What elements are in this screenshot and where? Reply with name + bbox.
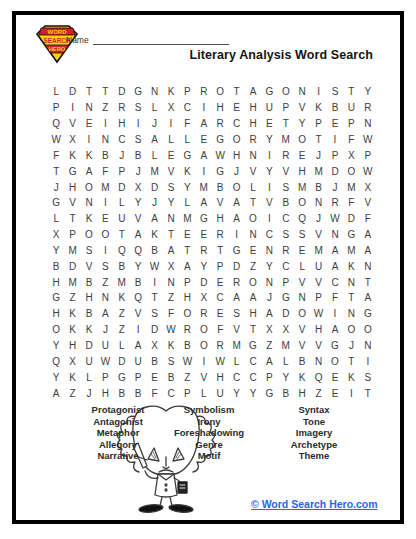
grid-cell-r19c7: E [146,369,162,385]
grid-cell-r4c12: O [228,132,244,148]
grid-cell-r19c13: C [245,369,261,385]
grid-cell-r9c15: C [278,211,294,227]
grid-cell-r18c20: I [360,353,376,369]
grid-cell-r1c17: I [310,84,326,100]
grid-cell-r1c14: G [261,84,277,100]
grid-cell-r2c1: P [48,100,64,116]
grid-cell-r17c8: K [163,338,179,354]
grid-cell-r3c7: J [146,116,162,132]
grid-cell-r3c2: V [64,116,80,132]
grid-cell-r7c19: M [343,179,359,195]
grid-cell-r19c3: L [81,369,97,385]
grid-cell-r20c18: E [327,385,343,401]
grid-cell-r13c10: D [196,274,212,290]
grid-cell-r9c10: G [196,211,212,227]
grid-cell-r20c6: B [130,385,146,401]
grid-cell-r4c15: M [278,132,294,148]
grid-cell-r7c9: Y [179,179,195,195]
grid-cell-r13c2: M [64,274,80,290]
grid-cell-r4c1: W [48,132,64,148]
grid-cell-r8c7: J [146,195,162,211]
grid-cell-r5c16: E [294,147,310,163]
grid-cell-r10c14: C [261,227,277,243]
grid-cell-r19c5: G [114,369,130,385]
grid-cell-r16c14: X [261,322,277,338]
grid-cell-r2c9: C [179,100,195,116]
book [178,482,187,493]
grid-cell-r15c3: B [81,306,97,322]
grid-cell-r19c18: E [327,369,343,385]
grid-cell-r7c18: J [327,179,343,195]
grid-cell-r4c5: C [114,132,130,148]
grid-cell-r5c3: K [81,147,97,163]
grid-cell-r10c5: T [114,227,130,243]
grid-cell-r1c4: T [97,84,113,100]
grid-cell-r4c4: N [97,132,113,148]
logo-word-text: WORD [48,29,68,35]
grid-cell-r20c1: A [48,385,64,401]
grid-cell-r15c7: S [146,306,162,322]
grid-cell-r9c3: K [81,211,97,227]
grid-cell-r10c2: P [64,227,80,243]
grid-cell-r19c20: S [360,369,376,385]
right-leg [170,497,172,506]
grid-cell-r9c7: A [146,211,162,227]
grid-cell-r9c9: M [179,211,195,227]
grid-cell-r17c19: J [343,338,359,354]
grid-cell-r14c15: G [278,290,294,306]
grid-cell-r18c18: O [327,353,343,369]
grid-cell-r9c11: H [212,211,228,227]
grid-cell-r8c10: A [196,195,212,211]
grid-cell-r16c5: Z [114,322,130,338]
grid-cell-r6c1: T [48,163,64,179]
grid-cell-r13c15: P [278,274,294,290]
grid-cell-r3c12: C [228,116,244,132]
grid-cell-r12c18: A [327,258,343,274]
grid-cell-r18c17: N [310,353,326,369]
grid-cell-r20c19: I [343,385,359,401]
grid-cell-r4c6: S [130,132,146,148]
grid-cell-r10c3: O [81,227,97,243]
grid-cell-r6c19: O [343,163,359,179]
grid-cell-r4c9: L [179,132,195,148]
grid-cell-r10c1: X [48,227,64,243]
grid-cell-r13c19: N [343,274,359,290]
word-list-item: Imagery [256,427,372,439]
grid-cell-r20c17: Z [310,385,326,401]
grid-cell-r20c9: P [179,385,195,401]
grid-cell-r16c15: X [278,322,294,338]
grid-cell-r15c11: E [212,306,228,322]
grid-cell-r6c20: W [360,163,376,179]
grid-cell-r16c1: O [48,322,64,338]
grid-cell-r10c9: E [179,227,195,243]
grid-cell-r7c11: B [212,179,228,195]
grid-cell-r9c18: W [327,211,343,227]
grid-cell-r1c9: P [179,84,195,100]
grid-cell-r7c13: L [245,179,261,195]
grid-cell-r15c20: G [360,306,376,322]
grid-cell-r2c16: V [294,100,310,116]
grid-cell-r7c12: O [228,179,244,195]
grid-cell-r6c15: V [278,163,294,179]
grid-cell-r3c11: R [212,116,228,132]
grid-cell-r16c2: K [64,322,80,338]
grid-cell-r17c15: M [278,338,294,354]
grid-cell-r4c13: R [245,132,261,148]
grid-cell-r13c4: Z [97,274,113,290]
grid-cell-r20c2: Z [64,385,80,401]
grid-cell-r6c16: H [294,163,310,179]
grid-cell-r8c6: Y [130,195,146,211]
grid-cell-r3c9: F [179,116,195,132]
grid-cell-r5c11: W [212,147,228,163]
grid-cell-r17c4: U [97,338,113,354]
grid-cell-r4c8: L [163,132,179,148]
word-list-item: Genre [151,439,267,451]
grid-cell-r18c2: X [64,353,80,369]
grid-cell-r16c11: F [212,322,228,338]
grid-cell-r7c5: D [114,179,130,195]
grid-cell-r16c12: V [228,322,244,338]
grid-cell-r2c12: E [228,100,244,116]
grid-cell-r8c9: L [179,195,195,211]
grid-cell-r2c5: R [114,100,130,116]
name-field-row: Name [66,33,229,45]
grid-cell-r14c10: X [196,290,212,306]
grid-cell-r7c2: H [64,179,80,195]
grid-cell-r5c19: X [343,147,359,163]
grid-cell-r13c8: N [163,274,179,290]
grid-cell-r17c13: G [245,338,261,354]
grid-cell-r12c4: S [97,258,113,274]
grid-cell-r17c1: Y [48,338,64,354]
grid-cell-r2c14: U [261,100,277,116]
word-list-column-2: SymbolismIronyForeshadowingGenreMotif [151,404,267,462]
grid-cell-r12c9: A [179,258,195,274]
grid-cell-r12c7: W [146,258,162,274]
grid-cell-r2c13: H [245,100,261,116]
grid-cell-r13c9: P [179,274,195,290]
grid-cell-r19c10: V [196,369,212,385]
word-list-item: Tone [256,416,372,428]
grid-cell-r8c20: V [360,195,376,211]
grid-cell-r17c10: O [196,338,212,354]
grid-cell-r2c15: P [278,100,294,116]
grid-cell-r10c19: G [343,227,359,243]
right-shoe [169,504,194,514]
grid-cell-r11c12: G [228,243,244,259]
grid-cell-r16c9: R [179,322,195,338]
grid-cell-r19c11: H [212,369,228,385]
grid-cell-r10c10: E [196,227,212,243]
grid-cell-r1c12: T [228,84,244,100]
grid-cell-r11c19: M [343,243,359,259]
grid-cell-r11c2: M [64,243,80,259]
grid-cell-r14c3: H [81,290,97,306]
grid-cell-r15c17: W [310,306,326,322]
grid-cell-r1c15: O [278,84,294,100]
grid-cell-r3c14: E [261,116,277,132]
grid-cell-r5c9: G [179,147,195,163]
grid-cell-r18c6: U [130,353,146,369]
grid-cell-r8c18: R [327,195,343,211]
grid-cell-r17c7: X [146,338,162,354]
grid-cell-r3c5: H [114,116,130,132]
grid-cell-r10c8: T [163,227,179,243]
grid-cell-r1c2: D [64,84,80,100]
grid-cell-r12c14: Y [261,258,277,274]
grid-cell-r18c5: D [114,353,130,369]
grid-cell-r18c11: W [212,353,228,369]
grid-cell-r12c15: C [278,258,294,274]
grid-cell-r6c14: Y [261,163,277,179]
grid-cell-r15c18: I [327,306,343,322]
grid-cell-r15c16: O [294,306,310,322]
grid-cell-r2c10: I [196,100,212,116]
grid-cell-r13c14: N [261,274,277,290]
grid-cell-r11c7: B [146,243,162,259]
grid-cell-r3c3: E [81,116,97,132]
grid-cell-r12c6: Y [130,258,146,274]
grid-cell-r20c10: L [196,385,212,401]
grid-cell-r8c13: T [245,195,261,211]
grid-cell-r5c14: I [261,147,277,163]
grid-cell-r11c4: I [97,243,113,259]
grid-cell-r19c16: K [294,369,310,385]
grid-cell-r15c14: A [261,306,277,322]
grid-cell-r9c12: A [228,211,244,227]
grid-cell-r18c13: C [245,353,261,369]
grid-cell-r2c20: R [360,100,376,116]
grid-cell-r6c5: P [114,163,130,179]
grid-cell-r19c12: C [228,369,244,385]
grid-cell-r6c13: V [245,163,261,179]
grid-cell-r5c17: J [310,147,326,163]
grid-cell-r16c20: O [360,322,376,338]
grid-cell-r1c10: R [196,84,212,100]
grid-cell-r16c6: I [130,322,146,338]
grid-cell-r19c9: Z [179,369,195,385]
grid-cell-r20c12: Y [228,385,244,401]
grid-cell-r13c20: T [360,274,376,290]
grid-cell-r1c7: N [146,84,162,100]
grid-cell-r8c12: A [228,195,244,211]
grid-cell-r3c8: I [163,116,179,132]
grid-cell-r6c9: K [179,163,195,179]
grid-cell-r12c12: D [228,258,244,274]
grid-cell-r17c12: M [228,338,244,354]
grid-cell-r13c12: R [228,274,244,290]
word-list-item: Symbolism [151,404,267,416]
grid-cell-r15c1: H [48,306,64,322]
grid-cell-r4c2: X [64,132,80,148]
grid-cell-r7c1: J [48,179,64,195]
grid-cell-r15c9: O [179,306,195,322]
grid-cell-r5c6: B [130,147,146,163]
grid-cell-r17c3: D [81,338,97,354]
grid-cell-r3c16: Y [294,116,310,132]
grid-cell-r10c20: A [360,227,376,243]
grid-cell-r11c6: Q [130,243,146,259]
grid-cell-r17c14: Z [261,338,277,354]
grid-cell-r3c19: P [343,116,359,132]
grid-cell-r18c15: L [278,353,294,369]
grid-cell-r12c8: X [163,258,179,274]
grid-cell-r15c6: V [130,306,146,322]
grid-cell-r8c3: N [81,195,97,211]
grid-cell-r3c10: A [196,116,212,132]
grid-cell-r20c3: J [81,385,97,401]
grid-cell-r9c13: O [245,211,261,227]
grid-cell-r2c6: S [130,100,146,116]
word-list-item: Archetype [256,439,372,451]
grid-cell-r19c6: P [130,369,146,385]
grid-cell-r2c2: I [64,100,80,116]
grid-cell-r9c14: I [261,211,277,227]
grid-cell-r20c11: U [212,385,228,401]
grid-cell-r11c17: M [310,243,326,259]
grid-cell-r20c20: T [360,385,376,401]
grid-cell-r15c12: S [228,306,244,322]
left-shoe [139,504,164,514]
grid-cell-r13c18: C [327,274,343,290]
grid-cell-r4c3: I [81,132,97,148]
grid-cell-r14c16: N [294,290,310,306]
grid-cell-r1c3: T [81,84,97,100]
letter-grid: LDTTDGNKPROTAGONISTYPINZRSLXCIHEHUPVKBUR… [48,84,376,401]
grid-cell-r2c17: K [310,100,326,116]
grid-cell-r3c13: H [245,116,261,132]
grid-cell-r14c9: H [179,290,195,306]
grid-cell-r14c12: A [228,290,244,306]
grid-cell-r7c6: X [130,179,146,195]
grid-cell-r15c10: R [196,306,212,322]
grid-cell-r16c7: D [146,322,162,338]
grid-cell-r17c18: G [327,338,343,354]
grid-cell-r3c6: I [130,116,146,132]
grid-cell-r18c10: I [196,353,212,369]
grid-cell-r20c7: F [146,385,162,401]
grid-cell-r20c8: C [163,385,179,401]
grid-cell-r9c17: J [310,211,326,227]
grid-cell-r15c4: A [97,306,113,322]
grid-cell-r19c1: Y [48,369,64,385]
grid-cell-r8c8: Y [163,195,179,211]
grid-cell-r11c13: E [245,243,261,259]
grid-cell-r1c16: N [294,84,310,100]
grid-cell-r11c16: E [294,243,310,259]
grid-cell-r7c8: S [163,179,179,195]
grid-cell-r3c1: Q [48,116,64,132]
grid-cell-r5c1: F [48,147,64,163]
grid-cell-r8c11: V [212,195,228,211]
grid-cell-r3c17: P [310,116,326,132]
grid-cell-r3c18: E [327,116,343,132]
grid-cell-r4c14: Y [261,132,277,148]
word-list-item: Syntax [256,404,372,416]
grid-cell-r3c15: T [278,116,294,132]
grid-cell-r4c17: T [310,132,326,148]
grid-cell-r2c8: X [163,100,179,116]
word-list-item: Motif [151,450,267,462]
grid-cell-r9c1: L [48,211,64,227]
grid-cell-r9c20: F [360,211,376,227]
grid-cell-r17c2: H [64,338,80,354]
grid-cell-r8c14: V [261,195,277,211]
grid-cell-r14c17: P [310,290,326,306]
grid-cell-r16c18: A [327,322,343,338]
left-leg [160,497,162,506]
grid-cell-r1c1: L [48,84,64,100]
page-title: Literary Analysis Word Search [180,48,373,62]
grid-cell-r5c4: B [97,147,113,163]
grid-cell-r13c11: E [212,274,228,290]
grid-cell-r19c8: B [163,369,179,385]
grid-cell-r19c15: Y [278,369,294,385]
grid-cell-r17c5: L [114,338,130,354]
grid-cell-r12c17: U [310,258,326,274]
grid-cell-r7c7: D [146,179,162,195]
grid-cell-r3c20: N [360,116,376,132]
grid-cell-r18c16: B [294,353,310,369]
grid-cell-r5c2: K [64,147,80,163]
word-list-item: Theme [256,450,372,462]
grid-cell-r18c1: Q [48,353,64,369]
grid-cell-r10c7: K [146,227,162,243]
grid-cell-r15c19: N [343,306,359,322]
grid-cell-r1c13: A [245,84,261,100]
grid-cell-r13c7: I [146,274,162,290]
grid-cell-r5c8: E [163,147,179,163]
grid-cell-r5c5: J [114,147,130,163]
grid-cell-r14c7: T [146,290,162,306]
grid-cell-r11c18: A [327,243,343,259]
grid-cell-r14c6: Q [130,290,146,306]
grid-cell-r13c16: V [294,274,310,290]
grid-cell-r16c4: J [97,322,113,338]
grid-cell-r14c1: G [48,290,64,306]
grid-cell-r17c9: B [179,338,195,354]
grid-cell-r18c19: T [343,353,359,369]
grid-cell-r11c10: R [196,243,212,259]
grid-cell-r15c5: Z [114,306,130,322]
grid-cell-r5c18: P [327,147,343,163]
grid-cell-r10c17: V [310,227,326,243]
grid-cell-r11c8: A [163,243,179,259]
name-input-line[interactable] [93,34,229,45]
grid-cell-r13c1: H [48,274,64,290]
grid-cell-r9c5: U [114,211,130,227]
grid-cell-r18c14: A [261,353,277,369]
grid-cell-r4c18: I [327,132,343,148]
grid-cell-r13c3: B [81,274,97,290]
grid-cell-r15c15: D [278,306,294,322]
grid-cell-r10c15: S [278,227,294,243]
grid-cell-r4c20: W [360,132,376,148]
name-label: Name [66,35,89,45]
word-search-hero-link[interactable]: © Word Search Hero.com [251,498,378,510]
grid-cell-r18c8: S [163,353,179,369]
grid-cell-r6c7: M [146,163,162,179]
grid-cell-r12c20: N [360,258,376,274]
grid-cell-r14c11: C [212,290,228,306]
grid-cell-r20c14: G [261,385,277,401]
grid-cell-r20c16: H [294,385,310,401]
grid-cell-r18c3: U [81,353,97,369]
grid-cell-r16c17: H [310,322,326,338]
